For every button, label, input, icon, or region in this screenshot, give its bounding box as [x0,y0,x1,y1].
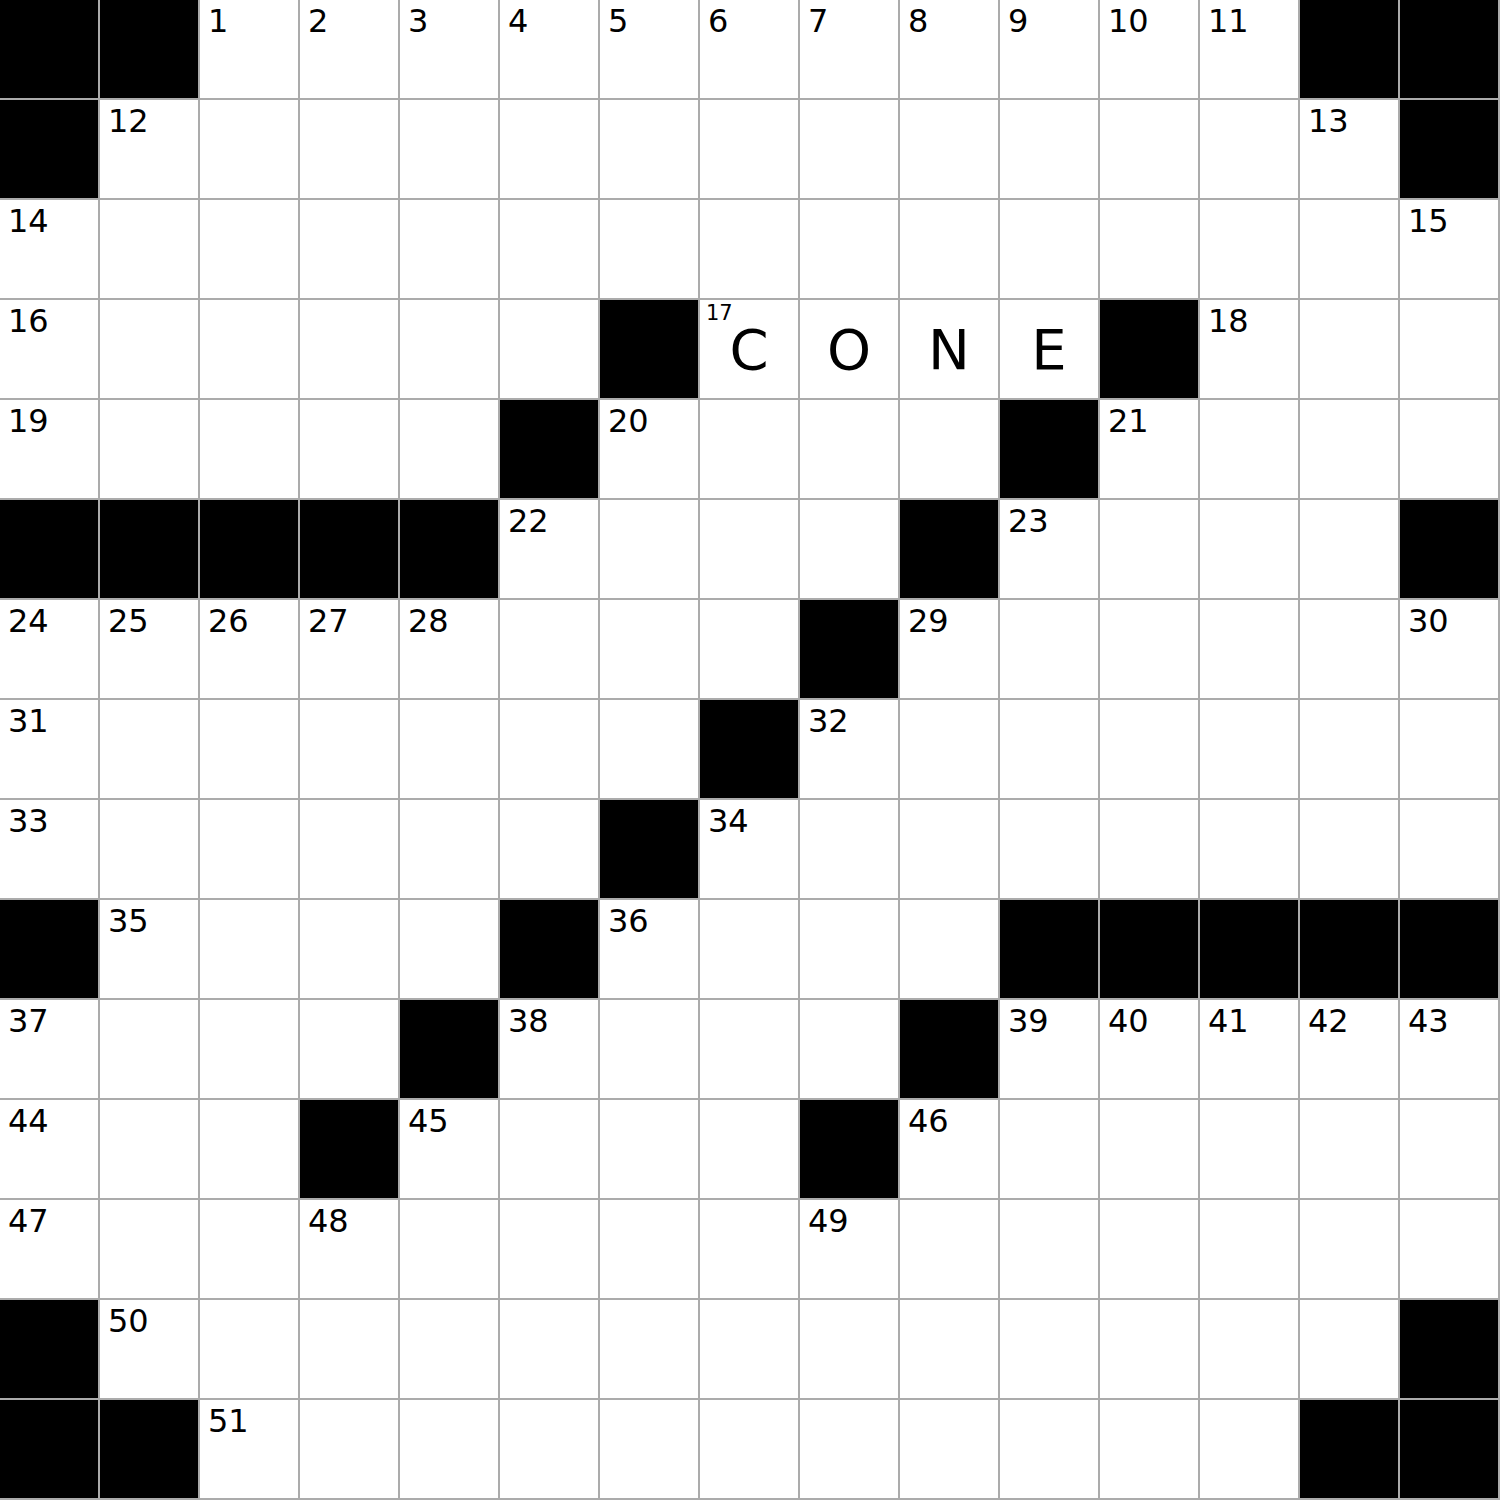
clue-number-36: 36 [608,904,649,939]
white-cell-r9c1[interactable]: 33 [0,800,100,900]
white-cell-r3c11[interactable] [1000,200,1100,300]
white-cell-r5c15[interactable] [1400,400,1500,500]
white-cell-r6c7[interactable] [600,500,700,600]
white-cell-r9c13[interactable] [1200,800,1300,900]
white-cell-r5c1[interactable]: 19 [0,400,100,500]
black-cell-r14c15 [1400,1300,1500,1400]
white-cell-r9c2[interactable] [100,800,200,900]
white-cell-r7c3[interactable]: 26 [200,600,300,700]
white-cell-r2c6[interactable] [500,100,600,200]
white-cell-r12c2[interactable] [100,1100,200,1200]
white-cell-r1c13[interactable]: 11 [1200,0,1300,100]
white-cell-r12c7[interactable] [600,1100,700,1200]
white-cell-r9c15[interactable] [1400,800,1500,900]
white-cell-r4c8[interactable]: 17C [700,300,800,400]
clue-number-40: 40 [1108,1004,1149,1039]
white-cell-r7c10[interactable]: 29 [900,600,1000,700]
white-cell-r14c4[interactable] [300,1300,400,1400]
white-cell-r15c4[interactable] [300,1400,400,1500]
clue-number-22: 22 [508,504,549,539]
clue-number-48: 48 [308,1204,349,1239]
white-cell-r9c8[interactable]: 34 [700,800,800,900]
white-cell-r12c15[interactable] [1400,1100,1500,1200]
white-cell-r14c9[interactable] [800,1300,900,1400]
clue-number-3: 3 [408,4,428,39]
white-cell-r15c13[interactable] [1200,1400,1300,1500]
black-cell-r10c15 [1400,900,1500,1000]
white-cell-r3c10[interactable] [900,200,1000,300]
clue-number-20: 20 [608,404,649,439]
white-cell-r8c14[interactable] [1300,700,1400,800]
clue-number-46: 46 [908,1104,949,1139]
black-cell-r4c7 [600,300,700,400]
clue-number-13: 13 [1308,104,1349,139]
black-cell-r2c1 [0,100,100,200]
white-cell-r4c11[interactable]: E [1000,300,1100,400]
clue-number-30: 30 [1408,604,1449,639]
white-cell-r6c6[interactable]: 22 [500,500,600,600]
white-cell-r1c5[interactable]: 3 [400,0,500,100]
white-cell-r14c5[interactable] [400,1300,500,1400]
white-cell-r2c13[interactable] [1200,100,1300,200]
white-cell-r3c12[interactable] [1100,200,1200,300]
white-cell-r10c8[interactable] [700,900,800,1000]
white-cell-r6c9[interactable] [800,500,900,600]
clue-number-27: 27 [308,604,349,639]
white-cell-r8c9[interactable]: 32 [800,700,900,800]
clue-number-24: 24 [8,604,49,639]
black-cell-r1c1 [0,0,100,100]
white-cell-r3c9[interactable] [800,200,900,300]
white-cell-r2c7[interactable] [600,100,700,200]
white-cell-r5c13[interactable] [1200,400,1300,500]
white-cell-r7c11[interactable] [1000,600,1100,700]
white-cell-r4c1[interactable]: 16 [0,300,100,400]
white-cell-r11c1[interactable]: 37 [0,1000,100,1100]
white-cell-r11c2[interactable] [100,1000,200,1100]
clue-number-21: 21 [1108,404,1149,439]
white-cell-r14c6[interactable] [500,1300,600,1400]
black-cell-r6c1 [0,500,100,600]
white-cell-r2c12[interactable] [1100,100,1200,200]
black-cell-r5c11 [1000,400,1100,500]
black-cell-r10c1 [0,900,100,1000]
white-cell-r8c7[interactable] [600,700,700,800]
white-cell-r10c7[interactable]: 36 [600,900,700,1000]
white-cell-r9c6[interactable] [500,800,600,900]
white-cell-r6c13[interactable] [1200,500,1300,600]
clue-number-6: 6 [708,4,728,39]
white-cell-r10c2[interactable]: 35 [100,900,200,1000]
white-cell-r7c8[interactable] [700,600,800,700]
clue-number-18: 18 [1208,304,1249,339]
white-cell-r13c11[interactable] [1000,1200,1100,1300]
white-cell-r8c1[interactable]: 31 [0,700,100,800]
white-cell-r11c9[interactable] [800,1000,900,1100]
white-cell-r8c13[interactable] [1200,700,1300,800]
white-cell-r3c4[interactable] [300,200,400,300]
white-cell-r3c1[interactable]: 14 [0,200,100,300]
white-cell-r8c3[interactable] [200,700,300,800]
clue-number-34: 34 [708,804,749,839]
white-cell-r15c6[interactable] [500,1400,600,1500]
white-cell-r5c5[interactable] [400,400,500,500]
white-cell-r3c3[interactable] [200,200,300,300]
clue-number-42: 42 [1308,1004,1349,1039]
white-cell-r12c1[interactable]: 44 [0,1100,100,1200]
clue-number-2: 2 [308,4,328,39]
white-cell-r13c13[interactable] [1200,1200,1300,1300]
white-cell-r10c9[interactable] [800,900,900,1000]
clue-number-44: 44 [8,1104,49,1139]
black-cell-r1c15 [1400,0,1500,100]
black-cell-r1c14 [1300,0,1400,100]
white-cell-r9c4[interactable] [300,800,400,900]
black-cell-r12c4 [300,1100,400,1200]
clue-number-9: 9 [1008,4,1028,39]
cell-letter-r4c9: O [800,300,898,398]
clue-number-25: 25 [108,604,149,639]
white-cell-r13c15[interactable] [1400,1200,1500,1300]
clue-number-35: 35 [108,904,149,939]
white-cell-r11c4[interactable] [300,1000,400,1100]
white-cell-r13c7[interactable] [600,1200,700,1300]
white-cell-r4c2[interactable] [100,300,200,400]
white-cell-r9c5[interactable] [400,800,500,900]
white-cell-r13c3[interactable] [200,1200,300,1300]
clue-number-16: 16 [8,304,49,339]
white-cell-r1c4[interactable]: 2 [300,0,400,100]
clue-number-43: 43 [1408,1004,1449,1039]
white-cell-r11c3[interactable] [200,1000,300,1100]
white-cell-r13c12[interactable] [1100,1200,1200,1300]
white-cell-r7c4[interactable]: 27 [300,600,400,700]
white-cell-r8c5[interactable] [400,700,500,800]
white-cell-r7c2[interactable]: 25 [100,600,200,700]
white-cell-r4c10[interactable]: N [900,300,1000,400]
clue-number-26: 26 [208,604,249,639]
clue-number-37: 37 [8,1004,49,1039]
white-cell-r7c15[interactable]: 30 [1400,600,1500,700]
white-cell-r5c2[interactable] [100,400,200,500]
white-cell-r5c4[interactable] [300,400,400,500]
black-cell-r9c7 [600,800,700,900]
white-cell-r13c6[interactable] [500,1200,600,1300]
white-cell-r3c5[interactable] [400,200,500,300]
white-cell-r1c3[interactable]: 1 [200,0,300,100]
clue-number-15: 15 [1408,204,1449,239]
white-cell-r6c11[interactable]: 23 [1000,500,1100,600]
black-cell-r6c10 [900,500,1000,600]
white-cell-r14c11[interactable] [1000,1300,1100,1400]
white-cell-r12c13[interactable] [1200,1100,1300,1200]
clue-number-8: 8 [908,4,928,39]
white-cell-r5c14[interactable] [1300,400,1400,500]
white-cell-r7c13[interactable] [1200,600,1300,700]
white-cell-r5c3[interactable] [200,400,300,500]
white-cell-r4c3[interactable] [200,300,300,400]
white-cell-r12c11[interactable] [1000,1100,1100,1200]
white-cell-r15c7[interactable] [600,1400,700,1500]
white-cell-r4c9[interactable]: O [800,300,900,400]
white-cell-r13c8[interactable] [700,1200,800,1300]
white-cell-r14c3[interactable] [200,1300,300,1400]
white-cell-r11c15[interactable]: 43 [1400,1000,1500,1100]
white-cell-r15c10[interactable] [900,1400,1000,1500]
white-cell-r11c7[interactable] [600,1000,700,1100]
black-cell-r10c14 [1300,900,1400,1000]
white-cell-r5c8[interactable] [700,400,800,500]
white-cell-r11c13[interactable]: 41 [1200,1000,1300,1100]
white-cell-r7c5[interactable]: 28 [400,600,500,700]
crossword-board: 1234567891011121314151617CONE18192021222… [0,0,1500,1500]
white-cell-r8c4[interactable] [300,700,400,800]
white-cell-r2c3[interactable] [200,100,300,200]
white-cell-r8c2[interactable] [100,700,200,800]
white-cell-r10c10[interactable] [900,900,1000,1000]
white-cell-r9c12[interactable] [1100,800,1200,900]
white-cell-r8c10[interactable] [900,700,1000,800]
white-cell-r8c12[interactable] [1100,700,1200,800]
black-cell-r10c12 [1100,900,1200,1000]
white-cell-r5c12[interactable]: 21 [1100,400,1200,500]
white-cell-r11c8[interactable] [700,1000,800,1100]
black-cell-r10c11 [1000,900,1100,1000]
black-cell-r2c15 [1400,100,1500,200]
black-cell-r11c5 [400,1000,500,1100]
white-cell-r12c5[interactable]: 45 [400,1100,500,1200]
white-cell-r11c14[interactable]: 42 [1300,1000,1400,1100]
cell-letter-r4c8: C [700,300,798,398]
black-cell-r15c1 [0,1400,100,1500]
clue-number-50: 50 [108,1304,149,1339]
black-cell-r6c2 [100,500,200,600]
white-cell-r1c7[interactable]: 5 [600,0,700,100]
white-cell-r9c3[interactable] [200,800,300,900]
white-cell-r6c8[interactable] [700,500,800,600]
black-cell-r6c3 [200,500,300,600]
white-cell-r10c4[interactable] [300,900,400,1000]
white-cell-r15c3[interactable]: 51 [200,1400,300,1500]
white-cell-r1c11[interactable]: 9 [1000,0,1100,100]
white-cell-r2c4[interactable] [300,100,400,200]
clue-number-12: 12 [108,104,149,139]
white-cell-r7c7[interactable] [600,600,700,700]
white-cell-r2c10[interactable] [900,100,1000,200]
white-cell-r2c5[interactable] [400,100,500,200]
white-cell-r8c11[interactable] [1000,700,1100,800]
white-cell-r15c5[interactable] [400,1400,500,1500]
white-cell-r5c10[interactable] [900,400,1000,500]
clue-number-19: 19 [8,404,49,439]
black-cell-r6c5 [400,500,500,600]
white-cell-r14c14[interactable] [1300,1300,1400,1400]
white-cell-r3c15[interactable]: 15 [1400,200,1500,300]
clue-number-41: 41 [1208,1004,1249,1039]
white-cell-r14c10[interactable] [900,1300,1000,1400]
white-cell-r12c14[interactable] [1300,1100,1400,1200]
black-cell-r7c9 [800,600,900,700]
white-cell-r13c1[interactable]: 47 [0,1200,100,1300]
black-cell-r12c9 [800,1100,900,1200]
black-cell-r11c10 [900,1000,1000,1100]
white-cell-r14c7[interactable] [600,1300,700,1400]
white-cell-r15c9[interactable] [800,1400,900,1500]
white-cell-r14c12[interactable] [1100,1300,1200,1400]
white-cell-r3c2[interactable] [100,200,200,300]
clue-number-31: 31 [8,704,49,739]
white-cell-r12c10[interactable]: 46 [900,1100,1000,1200]
white-cell-r3c8[interactable] [700,200,800,300]
black-cell-r6c15 [1400,500,1500,600]
white-cell-r5c7[interactable]: 20 [600,400,700,500]
white-cell-r15c12[interactable] [1100,1400,1200,1500]
white-cell-r14c2[interactable]: 50 [100,1300,200,1400]
white-cell-r3c7[interactable] [600,200,700,300]
white-cell-r3c6[interactable] [500,200,600,300]
white-cell-r3c13[interactable] [1200,200,1300,300]
white-cell-r7c6[interactable] [500,600,600,700]
black-cell-r1c2 [100,0,200,100]
clue-number-51: 51 [208,1404,249,1439]
clue-number-23: 23 [1008,504,1049,539]
white-cell-r11c11[interactable]: 39 [1000,1000,1100,1100]
white-cell-r1c10[interactable]: 8 [900,0,1000,100]
white-cell-r3c14[interactable] [1300,200,1400,300]
white-cell-r13c5[interactable] [400,1200,500,1300]
clue-number-5: 5 [608,4,628,39]
white-cell-r4c14[interactable] [1300,300,1400,400]
white-cell-r2c14[interactable]: 13 [1300,100,1400,200]
white-cell-r1c12[interactable]: 10 [1100,0,1200,100]
white-cell-r8c15[interactable] [1400,700,1500,800]
clue-number-49: 49 [808,1204,849,1239]
clue-number-45: 45 [408,1104,449,1139]
white-cell-r9c9[interactable] [800,800,900,900]
white-cell-r12c6[interactable] [500,1100,600,1200]
black-cell-r15c15 [1400,1400,1500,1500]
black-cell-r4c12 [1100,300,1200,400]
white-cell-r8c6[interactable] [500,700,600,800]
clue-number-32: 32 [808,704,849,739]
white-cell-r4c5[interactable] [400,300,500,400]
clue-number-14: 14 [8,204,49,239]
white-cell-r9c14[interactable] [1300,800,1400,900]
cell-letter-r4c11: E [1000,300,1098,398]
white-cell-r9c11[interactable] [1000,800,1100,900]
white-cell-r1c8[interactable]: 6 [700,0,800,100]
white-cell-r13c9[interactable]: 49 [800,1200,900,1300]
white-cell-r6c12[interactable] [1100,500,1200,600]
clue-number-10: 10 [1108,4,1149,39]
white-cell-r13c14[interactable] [1300,1200,1400,1300]
white-cell-r12c12[interactable] [1100,1100,1200,1200]
black-cell-r10c6 [500,900,600,1000]
white-cell-r4c6[interactable] [500,300,600,400]
clue-number-29: 29 [908,604,949,639]
white-cell-r2c11[interactable] [1000,100,1100,200]
black-cell-r14c1 [0,1300,100,1400]
white-cell-r12c8[interactable] [700,1100,800,1200]
white-cell-r13c10[interactable] [900,1200,1000,1300]
clue-number-38: 38 [508,1004,549,1039]
white-cell-r10c5[interactable] [400,900,500,1000]
black-cell-r15c14 [1300,1400,1400,1500]
clue-number-39: 39 [1008,1004,1049,1039]
clue-number-47: 47 [8,1204,49,1239]
black-cell-r6c4 [300,500,400,600]
white-cell-r13c2[interactable] [100,1200,200,1300]
white-cell-r4c15[interactable] [1400,300,1500,400]
white-cell-r10c3[interactable] [200,900,300,1000]
white-cell-r13c4[interactable]: 48 [300,1200,400,1300]
clue-number-33: 33 [8,804,49,839]
white-cell-r11c12[interactable]: 40 [1100,1000,1200,1100]
white-cell-r7c12[interactable] [1100,600,1200,700]
white-cell-r11c6[interactable]: 38 [500,1000,600,1100]
black-cell-r8c8 [700,700,800,800]
white-cell-r1c6[interactable]: 4 [500,0,600,100]
clue-number-4: 4 [508,4,528,39]
white-cell-r1c9[interactable]: 7 [800,0,900,100]
cell-letter-r4c10: N [900,300,998,398]
white-cell-r15c11[interactable] [1000,1400,1100,1500]
white-cell-r12c3[interactable] [200,1100,300,1200]
white-cell-r4c4[interactable] [300,300,400,400]
white-cell-r6c14[interactable] [1300,500,1400,600]
black-cell-r5c6 [500,400,600,500]
white-cell-r2c8[interactable] [700,100,800,200]
clue-number-11: 11 [1208,4,1249,39]
white-cell-r14c8[interactable] [700,1300,800,1400]
clue-number-7: 7 [808,4,828,39]
white-cell-r15c8[interactable] [700,1400,800,1500]
white-cell-r7c14[interactable] [1300,600,1400,700]
clue-number-1: 1 [208,4,228,39]
white-cell-r2c9[interactable] [800,100,900,200]
white-cell-r14c13[interactable] [1200,1300,1300,1400]
black-cell-r15c2 [100,1400,200,1500]
white-cell-r7c1[interactable]: 24 [0,600,100,700]
black-cell-r10c13 [1200,900,1300,1000]
white-cell-r2c2[interactable]: 12 [100,100,200,200]
white-cell-r9c10[interactable] [900,800,1000,900]
white-cell-r4c13[interactable]: 18 [1200,300,1300,400]
white-cell-r5c9[interactable] [800,400,900,500]
clue-number-28: 28 [408,604,449,639]
